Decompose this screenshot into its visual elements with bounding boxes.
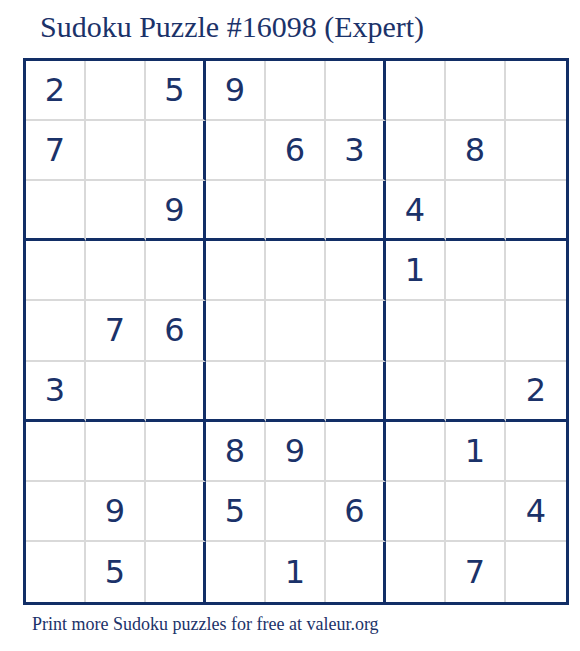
cell-r3c7: 4 bbox=[386, 181, 446, 241]
cell-r5c3: 6 bbox=[146, 301, 206, 361]
cell-r9c7 bbox=[386, 542, 446, 602]
cell-r8c3 bbox=[146, 482, 206, 542]
cell-r8c4: 5 bbox=[206, 482, 266, 542]
cell-r5c2: 7 bbox=[86, 301, 146, 361]
cell-r3c5 bbox=[266, 181, 326, 241]
cell-r7c2 bbox=[86, 422, 146, 482]
page: Sudoku Puzzle #16098 (Expert) 2597638941… bbox=[0, 0, 580, 651]
cell-r7c9 bbox=[506, 422, 566, 482]
cell-r9c4 bbox=[206, 542, 266, 602]
cell-r6c8 bbox=[446, 362, 506, 422]
cell-r3c6 bbox=[326, 181, 386, 241]
cell-r1c9 bbox=[506, 61, 566, 121]
footer-text: Print more Sudoku puzzles for free at va… bbox=[32, 614, 379, 635]
cell-r6c5 bbox=[266, 362, 326, 422]
cell-r5c5 bbox=[266, 301, 326, 361]
cell-r2c5: 6 bbox=[266, 121, 326, 181]
cell-r9c2: 5 bbox=[86, 542, 146, 602]
cell-r2c6: 3 bbox=[326, 121, 386, 181]
cell-r6c9: 2 bbox=[506, 362, 566, 422]
cell-r1c4: 9 bbox=[206, 61, 266, 121]
cell-r3c8 bbox=[446, 181, 506, 241]
cell-r7c8: 1 bbox=[446, 422, 506, 482]
cell-r5c9 bbox=[506, 301, 566, 361]
cell-r5c4 bbox=[206, 301, 266, 361]
cell-r7c1 bbox=[26, 422, 86, 482]
cell-r4c9 bbox=[506, 241, 566, 301]
cell-r7c4: 8 bbox=[206, 422, 266, 482]
cell-r8c1 bbox=[26, 482, 86, 542]
cell-r1c6 bbox=[326, 61, 386, 121]
cell-r2c7 bbox=[386, 121, 446, 181]
cell-r2c1: 7 bbox=[26, 121, 86, 181]
cell-r9c1 bbox=[26, 542, 86, 602]
cell-r3c4 bbox=[206, 181, 266, 241]
cell-r9c5: 1 bbox=[266, 542, 326, 602]
cell-r6c2 bbox=[86, 362, 146, 422]
cell-r3c1 bbox=[26, 181, 86, 241]
cell-r5c1 bbox=[26, 301, 86, 361]
cell-r4c6 bbox=[326, 241, 386, 301]
cell-r1c3: 5 bbox=[146, 61, 206, 121]
cell-r9c3 bbox=[146, 542, 206, 602]
cell-r5c8 bbox=[446, 301, 506, 361]
cell-r2c2 bbox=[86, 121, 146, 181]
cell-r5c6 bbox=[326, 301, 386, 361]
cell-r6c7 bbox=[386, 362, 446, 422]
cell-r2c9 bbox=[506, 121, 566, 181]
cell-r4c5 bbox=[266, 241, 326, 301]
cell-r6c6 bbox=[326, 362, 386, 422]
cell-r1c8 bbox=[446, 61, 506, 121]
cell-r9c8: 7 bbox=[446, 542, 506, 602]
cell-r4c8 bbox=[446, 241, 506, 301]
page-title: Sudoku Puzzle #16098 (Expert) bbox=[40, 10, 424, 44]
cell-r6c3 bbox=[146, 362, 206, 422]
cell-r7c3 bbox=[146, 422, 206, 482]
cell-r6c1: 3 bbox=[26, 362, 86, 422]
cell-r7c6 bbox=[326, 422, 386, 482]
cell-r6c4 bbox=[206, 362, 266, 422]
cell-r4c4 bbox=[206, 241, 266, 301]
cell-r9c6 bbox=[326, 542, 386, 602]
cell-r1c7 bbox=[386, 61, 446, 121]
cell-r5c7 bbox=[386, 301, 446, 361]
cell-r8c5 bbox=[266, 482, 326, 542]
cell-r4c7: 1 bbox=[386, 241, 446, 301]
cell-r3c2 bbox=[86, 181, 146, 241]
cell-r7c5: 9 bbox=[266, 422, 326, 482]
cell-r4c1 bbox=[26, 241, 86, 301]
cell-r8c6: 6 bbox=[326, 482, 386, 542]
cell-r7c7 bbox=[386, 422, 446, 482]
cell-r8c8 bbox=[446, 482, 506, 542]
cell-r1c1: 2 bbox=[26, 61, 86, 121]
cell-r3c3: 9 bbox=[146, 181, 206, 241]
cell-r1c5 bbox=[266, 61, 326, 121]
cell-r1c2 bbox=[86, 61, 146, 121]
cell-r4c2 bbox=[86, 241, 146, 301]
sudoku-board: 259763894176328919564517 bbox=[23, 58, 569, 605]
cell-r2c3 bbox=[146, 121, 206, 181]
cell-r8c9: 4 bbox=[506, 482, 566, 542]
cell-r3c9 bbox=[506, 181, 566, 241]
cell-r2c4 bbox=[206, 121, 266, 181]
cell-r8c2: 9 bbox=[86, 482, 146, 542]
cell-r2c8: 8 bbox=[446, 121, 506, 181]
cell-r4c3 bbox=[146, 241, 206, 301]
cell-r8c7 bbox=[386, 482, 446, 542]
cell-r9c9 bbox=[506, 542, 566, 602]
